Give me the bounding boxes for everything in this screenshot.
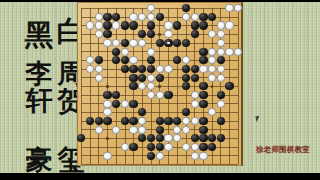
stone-white	[173, 126, 181, 134]
stone-white	[191, 13, 199, 21]
stone-black	[129, 65, 137, 73]
stone-black	[182, 74, 190, 82]
stone-black	[121, 21, 129, 29]
stone-black	[199, 21, 207, 29]
stone-black	[147, 21, 155, 29]
stone-black	[217, 91, 225, 99]
stone-black	[103, 30, 111, 38]
stone-white	[147, 74, 155, 82]
stone-black	[147, 65, 155, 73]
stone-black	[173, 117, 181, 125]
black-player-name-char-2: 轩	[22, 88, 56, 115]
stone-white	[182, 126, 190, 134]
stone-white	[147, 91, 155, 99]
stone-white	[182, 117, 190, 125]
stone-white	[234, 48, 242, 56]
stone-white	[164, 21, 172, 29]
stone-white	[129, 126, 137, 134]
stone-black	[191, 21, 199, 29]
black-player-name-char-1: 李	[22, 61, 56, 88]
stone-black	[147, 143, 155, 151]
stone-black	[103, 21, 111, 29]
stone-white	[129, 39, 137, 47]
stone-black	[182, 108, 190, 116]
stone-white	[129, 13, 137, 21]
stone-black	[103, 13, 111, 21]
stone-black	[164, 91, 172, 99]
stone-black	[199, 56, 207, 64]
stone-black	[156, 134, 164, 142]
stone-black	[156, 13, 164, 21]
stone-white	[121, 100, 129, 108]
stone-white	[208, 74, 216, 82]
stone-white	[164, 143, 172, 151]
stone-white	[164, 30, 172, 38]
stone-white	[191, 152, 199, 160]
stone-black	[121, 117, 129, 125]
screenshot-frame: 黑 白 李 周 轩 贺 豪 玺 徐老师围棋教室	[0, 0, 320, 180]
stone-black	[199, 48, 207, 56]
stone-white	[156, 91, 164, 99]
stone-black	[182, 4, 190, 12]
stone-black	[191, 65, 199, 73]
stone-white	[95, 65, 103, 73]
stone-white	[129, 56, 137, 64]
grid-line-vertical	[238, 8, 239, 164]
stone-white	[164, 65, 172, 73]
stone-white	[86, 65, 94, 73]
stone-white	[112, 39, 120, 47]
stone-white	[112, 21, 120, 29]
stone-white	[112, 126, 120, 134]
stone-black	[129, 74, 137, 82]
stone-black	[182, 82, 190, 90]
stone-white	[182, 143, 190, 151]
star-point	[106, 137, 109, 140]
stone-black	[173, 39, 181, 47]
stone-black	[199, 143, 207, 151]
stone-white	[191, 91, 199, 99]
stone-white	[95, 13, 103, 21]
stone-white	[217, 30, 225, 38]
stone-white	[208, 56, 216, 64]
stone-black	[147, 56, 155, 64]
stone-black	[208, 134, 216, 142]
stone-black	[199, 117, 207, 125]
stone-white	[138, 126, 146, 134]
stone-white	[138, 117, 146, 125]
stone-black	[138, 108, 146, 116]
stone-white	[191, 117, 199, 125]
watermark-text: 徐老师围棋教室	[256, 146, 314, 154]
stone-white	[121, 143, 129, 151]
stone-white	[217, 39, 225, 47]
black-color-label: 黑	[22, 21, 56, 50]
stone-black	[156, 39, 164, 47]
stone-white	[217, 21, 225, 29]
stone-white	[138, 82, 146, 90]
stone-white	[95, 21, 103, 29]
stone-black	[77, 134, 85, 142]
letterbox-bar-top	[0, 0, 320, 2]
stone-black	[225, 82, 233, 90]
stone-black	[129, 82, 137, 90]
stone-white	[147, 4, 155, 12]
stone-black	[138, 134, 146, 142]
stone-white	[147, 13, 155, 21]
stone-white	[103, 39, 111, 47]
stone-white	[234, 4, 242, 12]
stone-white	[138, 13, 146, 21]
stone-black	[112, 100, 120, 108]
stone-white	[208, 48, 216, 56]
stone-black	[129, 100, 137, 108]
stone-black	[208, 13, 216, 21]
stone-black	[182, 65, 190, 73]
stone-black	[217, 56, 225, 64]
stone-black	[199, 91, 207, 99]
stone-black	[208, 143, 216, 151]
stone-white	[225, 21, 233, 29]
stone-black	[103, 117, 111, 125]
stone-white	[208, 108, 216, 116]
stone-white	[173, 134, 181, 142]
stone-black	[95, 117, 103, 125]
stone-white	[225, 4, 233, 12]
stone-black	[191, 74, 199, 82]
stone-white	[164, 134, 172, 142]
stone-black	[164, 117, 172, 125]
stone-white	[208, 30, 216, 38]
stone-black	[199, 13, 207, 21]
stone-black	[86, 117, 94, 125]
stone-black	[121, 56, 129, 64]
stone-white	[156, 152, 164, 160]
stone-black	[199, 134, 207, 142]
stone-white	[95, 126, 103, 134]
stone-white	[95, 30, 103, 38]
black-player-name-char-3: 豪	[22, 147, 56, 174]
stone-white	[182, 13, 190, 21]
stone-white	[103, 152, 111, 160]
stone-black	[95, 56, 103, 64]
stone-black	[121, 65, 129, 73]
stone-black	[112, 13, 120, 21]
stone-black	[147, 152, 155, 160]
stone-white	[225, 48, 233, 56]
stone-white	[208, 65, 216, 73]
last-move-marker	[167, 42, 170, 45]
stone-black	[129, 21, 137, 29]
star-point	[106, 85, 109, 88]
stone-black	[156, 143, 164, 151]
stone-black	[156, 117, 164, 125]
stone-white	[217, 100, 225, 108]
stone-white	[147, 48, 155, 56]
stone-black	[173, 56, 181, 64]
stone-white	[86, 56, 94, 64]
stone-black	[199, 82, 207, 90]
stone-black	[138, 74, 146, 82]
stone-white	[121, 48, 129, 56]
stone-white	[156, 65, 164, 73]
stone-white	[182, 56, 190, 64]
stone-black	[182, 39, 190, 47]
stone-white	[217, 48, 225, 56]
stone-black	[147, 134, 155, 142]
stone-white	[199, 65, 207, 73]
stone-white	[138, 39, 146, 47]
grid-line-horizontal	[81, 164, 238, 165]
star-point	[158, 85, 161, 88]
stone-white	[86, 21, 94, 29]
stone-white	[147, 82, 155, 90]
stone-black	[138, 30, 146, 38]
stone-black	[103, 91, 111, 99]
stone-white	[103, 108, 111, 116]
stone-black	[173, 21, 181, 29]
stone-black	[199, 126, 207, 134]
stone-black	[217, 117, 225, 125]
stone-black	[112, 56, 120, 64]
stone-black	[191, 134, 199, 142]
go-board[interactable]	[77, 2, 243, 166]
stone-black	[147, 30, 155, 38]
stone-white	[199, 152, 207, 160]
stone-black	[156, 126, 164, 134]
stone-black	[129, 143, 137, 151]
stone-black	[191, 30, 199, 38]
stone-black	[121, 39, 129, 47]
stone-white	[95, 74, 103, 82]
stone-black	[138, 65, 146, 73]
stone-black	[156, 74, 164, 82]
letterbox-bar-bottom	[0, 173, 320, 180]
star-point	[158, 33, 161, 36]
stone-white	[103, 100, 111, 108]
stone-black	[112, 91, 120, 99]
stone-black	[217, 134, 225, 142]
stone-black	[199, 100, 207, 108]
stone-black	[112, 48, 120, 56]
stone-white	[191, 100, 199, 108]
stone-white	[217, 74, 225, 82]
stone-white	[217, 65, 225, 73]
stone-black	[129, 117, 137, 125]
stone-white	[191, 143, 199, 151]
